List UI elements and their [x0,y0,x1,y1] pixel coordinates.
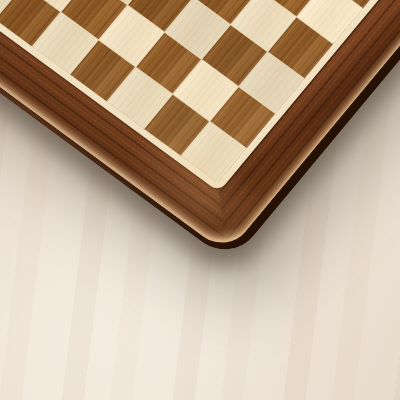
product-photo-scene [0,0,400,400]
